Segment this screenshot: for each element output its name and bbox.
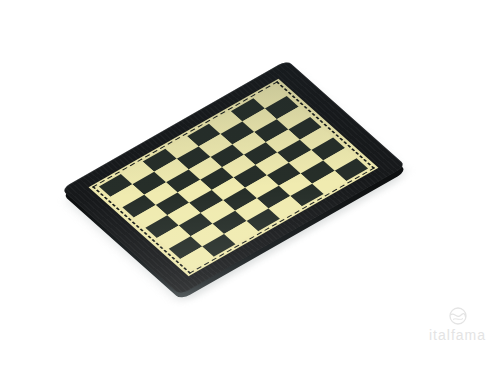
photo-canvas: italfama (0, 0, 500, 375)
watermark: italfama (415, 306, 500, 342)
board-inlay (89, 79, 379, 276)
chess-grid (99, 86, 368, 269)
watermark-swirl-globe-icon (448, 306, 468, 326)
chess-board (61, 60, 406, 295)
watermark-text: italfama (415, 328, 500, 342)
